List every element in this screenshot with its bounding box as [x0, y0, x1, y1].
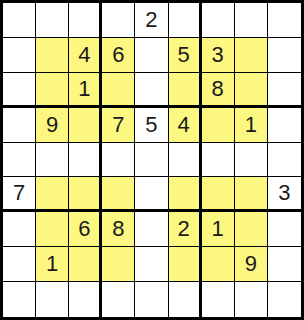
cell-r1c8[interactable] — [235, 3, 268, 38]
cell-r9c5[interactable] — [135, 282, 168, 317]
cell-r7c7[interactable]: 1 — [202, 212, 235, 247]
cell-r6c7[interactable] — [202, 177, 235, 212]
cell-r9c1[interactable] — [3, 282, 36, 317]
cell-r1c7[interactable] — [202, 3, 235, 38]
cell-r1c2[interactable] — [36, 3, 69, 38]
cell-r5c1[interactable] — [3, 143, 36, 178]
cell-r7c9[interactable] — [268, 212, 301, 247]
cell-r8c4[interactable] — [102, 247, 135, 282]
cell-r3c9[interactable] — [268, 73, 301, 108]
cell-r4c5[interactable]: 5 — [135, 108, 168, 143]
cell-r8c5[interactable] — [135, 247, 168, 282]
cell-r8c1[interactable] — [3, 247, 36, 282]
cell-r5c4[interactable] — [102, 143, 135, 178]
cell-r7c8[interactable] — [235, 212, 268, 247]
cell-r5c2[interactable] — [36, 143, 69, 178]
cell-r4c2[interactable]: 9 — [36, 108, 69, 143]
cell-r1c9[interactable] — [268, 3, 301, 38]
cell-r9c6[interactable] — [169, 282, 202, 317]
cell-r1c1[interactable] — [3, 3, 36, 38]
cell-r3c3[interactable]: 1 — [69, 73, 102, 108]
cell-r7c6[interactable]: 2 — [169, 212, 202, 247]
cell-r2c4[interactable]: 6 — [102, 38, 135, 73]
cell-r4c4[interactable]: 7 — [102, 108, 135, 143]
cell-r1c4[interactable] — [102, 3, 135, 38]
cell-r4c1[interactable] — [3, 108, 36, 143]
cell-r7c2[interactable] — [36, 212, 69, 247]
cell-r2c3[interactable]: 4 — [69, 38, 102, 73]
cell-r6c1[interactable]: 7 — [3, 177, 36, 212]
cell-r8c7[interactable] — [202, 247, 235, 282]
cell-r9c3[interactable] — [69, 282, 102, 317]
cell-r5c5[interactable] — [135, 143, 168, 178]
cell-r6c5[interactable] — [135, 177, 168, 212]
cell-r2c2[interactable] — [36, 38, 69, 73]
cell-r3c5[interactable] — [135, 73, 168, 108]
cell-r9c7[interactable] — [202, 282, 235, 317]
cell-r3c6[interactable] — [169, 73, 202, 108]
cell-r9c8[interactable] — [235, 282, 268, 317]
cell-r8c2[interactable]: 1 — [36, 247, 69, 282]
cell-r4c6[interactable]: 4 — [169, 108, 202, 143]
cell-r9c4[interactable] — [102, 282, 135, 317]
cell-r1c6[interactable] — [169, 3, 202, 38]
cell-r5c3[interactable] — [69, 143, 102, 178]
cell-r6c2[interactable] — [36, 177, 69, 212]
cell-r3c2[interactable] — [36, 73, 69, 108]
cell-r7c1[interactable] — [3, 212, 36, 247]
cell-r5c9[interactable] — [268, 143, 301, 178]
cell-r6c8[interactable] — [235, 177, 268, 212]
cell-r6c6[interactable] — [169, 177, 202, 212]
cell-r4c9[interactable] — [268, 108, 301, 143]
cell-r4c3[interactable] — [69, 108, 102, 143]
cell-r1c5[interactable]: 2 — [135, 3, 168, 38]
cell-r2c1[interactable] — [3, 38, 36, 73]
cell-r3c4[interactable] — [102, 73, 135, 108]
cell-r6c9[interactable]: 3 — [268, 177, 301, 212]
cell-r4c7[interactable] — [202, 108, 235, 143]
cell-r7c4[interactable]: 8 — [102, 212, 135, 247]
cell-r5c6[interactable] — [169, 143, 202, 178]
cell-r5c8[interactable] — [235, 143, 268, 178]
cell-r2c9[interactable] — [268, 38, 301, 73]
cell-r1c3[interactable] — [69, 3, 102, 38]
cell-r3c1[interactable] — [3, 73, 36, 108]
cell-r6c4[interactable] — [102, 177, 135, 212]
cell-r3c8[interactable] — [235, 73, 268, 108]
cell-r8c3[interactable] — [69, 247, 102, 282]
cell-r3c7[interactable]: 8 — [202, 73, 235, 108]
cell-r2c8[interactable] — [235, 38, 268, 73]
cell-r8c9[interactable] — [268, 247, 301, 282]
cell-r7c3[interactable]: 6 — [69, 212, 102, 247]
cell-r9c9[interactable] — [268, 282, 301, 317]
cell-r2c5[interactable] — [135, 38, 168, 73]
cell-r5c7[interactable] — [202, 143, 235, 178]
sudoku-board: 24653189754173682119 — [0, 0, 304, 320]
cell-r8c6[interactable] — [169, 247, 202, 282]
cell-r9c2[interactable] — [36, 282, 69, 317]
cell-r2c6[interactable]: 5 — [169, 38, 202, 73]
cell-r8c8[interactable]: 9 — [235, 247, 268, 282]
cell-r6c3[interactable] — [69, 177, 102, 212]
cell-r7c5[interactable] — [135, 212, 168, 247]
cell-r2c7[interactable]: 3 — [202, 38, 235, 73]
cell-r4c8[interactable]: 1 — [235, 108, 268, 143]
